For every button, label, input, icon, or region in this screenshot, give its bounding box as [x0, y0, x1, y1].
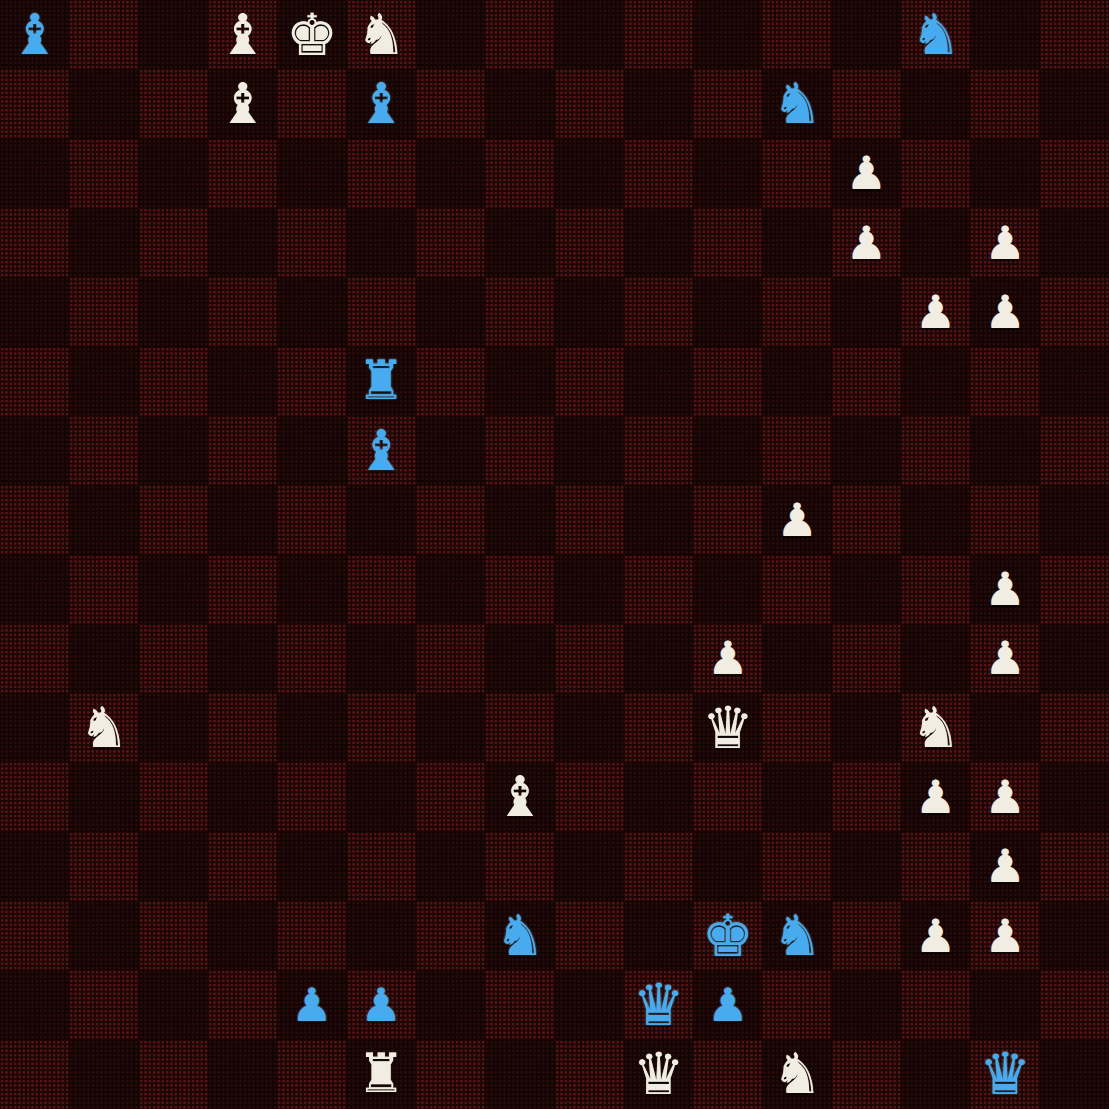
- white-pawn[interactable]: ♟: [984, 913, 1025, 959]
- board-square-p8[interactable]: [1040, 555, 1109, 624]
- blue-king[interactable]: ♚: [702, 907, 754, 965]
- board-square-d16[interactable]: ♝: [208, 0, 277, 69]
- board-square-b1[interactable]: [69, 1040, 138, 1109]
- board-square-k5[interactable]: [693, 762, 762, 831]
- board-square-b3[interactable]: [69, 901, 138, 970]
- board-square-n7[interactable]: [901, 624, 970, 693]
- board-square-p10[interactable]: [1040, 416, 1109, 485]
- board-square-l7[interactable]: [762, 624, 831, 693]
- board-square-j10[interactable]: [624, 416, 693, 485]
- board-square-b16[interactable]: [69, 0, 138, 69]
- board-square-h16[interactable]: [485, 0, 554, 69]
- white-pawn[interactable]: ♟: [984, 843, 1025, 889]
- board-square-m4[interactable]: [832, 832, 901, 901]
- board-square-c11[interactable]: [139, 347, 208, 416]
- board-square-p6[interactable]: [1040, 693, 1109, 762]
- board-square-p7[interactable]: [1040, 624, 1109, 693]
- board-square-m16[interactable]: [832, 0, 901, 69]
- board-square-e12[interactable]: [277, 277, 346, 346]
- board-square-o3[interactable]: ♟: [970, 901, 1039, 970]
- board-square-h11[interactable]: [485, 347, 554, 416]
- white-knight[interactable]: ♞: [772, 1046, 822, 1102]
- board-square-m9[interactable]: [832, 485, 901, 554]
- board-square-p11[interactable]: [1040, 347, 1109, 416]
- blue-queen[interactable]: ♛: [979, 1045, 1031, 1103]
- board-square-e9[interactable]: [277, 485, 346, 554]
- board-square-d5[interactable]: [208, 762, 277, 831]
- board-square-i9[interactable]: [555, 485, 624, 554]
- board-square-c7[interactable]: [139, 624, 208, 693]
- board-square-g11[interactable]: [416, 347, 485, 416]
- board-square-o6[interactable]: [970, 693, 1039, 762]
- white-pawn[interactable]: ♟: [846, 150, 887, 196]
- board-square-c16[interactable]: [139, 0, 208, 69]
- board-square-b11[interactable]: [69, 347, 138, 416]
- board-square-n13[interactable]: [901, 208, 970, 277]
- board-square-a4[interactable]: [0, 832, 69, 901]
- board-square-i7[interactable]: [555, 624, 624, 693]
- board-square-o1[interactable]: ♛: [970, 1040, 1039, 1109]
- board-square-l11[interactable]: [762, 347, 831, 416]
- board-square-i12[interactable]: [555, 277, 624, 346]
- board-square-e14[interactable]: [277, 139, 346, 208]
- board-square-f13[interactable]: [347, 208, 416, 277]
- board-square-e10[interactable]: [277, 416, 346, 485]
- board-square-j12[interactable]: [624, 277, 693, 346]
- board-square-c9[interactable]: [139, 485, 208, 554]
- board-square-j6[interactable]: [624, 693, 693, 762]
- blue-queen[interactable]: ♛: [632, 976, 684, 1034]
- board-square-k12[interactable]: [693, 277, 762, 346]
- board-square-j3[interactable]: [624, 901, 693, 970]
- blue-bishop[interactable]: ♝: [356, 76, 406, 132]
- board-square-e11[interactable]: [277, 347, 346, 416]
- board-square-f14[interactable]: [347, 139, 416, 208]
- board-square-m6[interactable]: [832, 693, 901, 762]
- board-square-m11[interactable]: [832, 347, 901, 416]
- board-square-a14[interactable]: [0, 139, 69, 208]
- board-square-p3[interactable]: [1040, 901, 1109, 970]
- blue-knight[interactable]: ♞: [495, 908, 545, 964]
- board-square-m12[interactable]: [832, 277, 901, 346]
- board-square-i10[interactable]: [555, 416, 624, 485]
- board-square-f12[interactable]: [347, 277, 416, 346]
- board-square-g16[interactable]: [416, 0, 485, 69]
- board-square-f5[interactable]: [347, 762, 416, 831]
- white-pawn[interactable]: ♟: [915, 774, 956, 820]
- board-square-h5[interactable]: ♝: [485, 762, 554, 831]
- board-square-k16[interactable]: [693, 0, 762, 69]
- board-square-g9[interactable]: [416, 485, 485, 554]
- board-square-a10[interactable]: [0, 416, 69, 485]
- board-square-h6[interactable]: [485, 693, 554, 762]
- board-square-b4[interactable]: [69, 832, 138, 901]
- board-square-l5[interactable]: [762, 762, 831, 831]
- board-square-h15[interactable]: [485, 69, 554, 138]
- board-square-i8[interactable]: [555, 555, 624, 624]
- board-square-h2[interactable]: [485, 970, 554, 1039]
- board-square-f15[interactable]: ♝: [347, 69, 416, 138]
- board-square-o2[interactable]: [970, 970, 1039, 1039]
- board-square-f4[interactable]: [347, 832, 416, 901]
- board-square-p9[interactable]: [1040, 485, 1109, 554]
- board-square-h3[interactable]: ♞: [485, 901, 554, 970]
- board-square-g4[interactable]: [416, 832, 485, 901]
- blue-bishop[interactable]: ♝: [10, 7, 60, 63]
- board-square-l10[interactable]: [762, 416, 831, 485]
- blue-bishop[interactable]: ♝: [356, 423, 406, 479]
- board-square-d8[interactable]: [208, 555, 277, 624]
- board-square-l16[interactable]: [762, 0, 831, 69]
- white-pawn[interactable]: ♟: [915, 289, 956, 335]
- board-square-e8[interactable]: [277, 555, 346, 624]
- board-square-n11[interactable]: [901, 347, 970, 416]
- board-square-g8[interactable]: [416, 555, 485, 624]
- board-square-i3[interactable]: [555, 901, 624, 970]
- board-square-l14[interactable]: [762, 139, 831, 208]
- board-square-o16[interactable]: [970, 0, 1039, 69]
- board-square-m15[interactable]: [832, 69, 901, 138]
- board-square-b5[interactable]: [69, 762, 138, 831]
- board-square-d14[interactable]: [208, 139, 277, 208]
- board-square-i16[interactable]: [555, 0, 624, 69]
- board-square-i6[interactable]: [555, 693, 624, 762]
- white-pawn[interactable]: ♟: [984, 566, 1025, 612]
- board-square-i13[interactable]: [555, 208, 624, 277]
- board-square-f16[interactable]: ♞: [347, 0, 416, 69]
- board-square-l8[interactable]: [762, 555, 831, 624]
- board-square-j15[interactable]: [624, 69, 693, 138]
- board-square-o7[interactable]: ♟: [970, 624, 1039, 693]
- white-rook[interactable]: ♜: [357, 1047, 405, 1101]
- chessboard: ♝♝♚♞♞♝♝♞♟♟♟♟♟♜♝♟♟♟♟♞♛♞♝♟♟♟♞♚♞♟♟♟♟♛♟♜♛♞♛: [0, 0, 1109, 1109]
- board-square-l15[interactable]: ♞: [762, 69, 831, 138]
- board-square-d3[interactable]: [208, 901, 277, 970]
- board-square-c3[interactable]: [139, 901, 208, 970]
- blue-pawn[interactable]: ♟: [707, 982, 748, 1028]
- board-square-l6[interactable]: [762, 693, 831, 762]
- board-square-o5[interactable]: ♟: [970, 762, 1039, 831]
- board-square-n4[interactable]: [901, 832, 970, 901]
- board-square-p14[interactable]: [1040, 139, 1109, 208]
- white-pawn[interactable]: ♟: [915, 913, 956, 959]
- board-square-m13[interactable]: ♟: [832, 208, 901, 277]
- board-square-g14[interactable]: [416, 139, 485, 208]
- board-square-j1[interactable]: ♛: [624, 1040, 693, 1109]
- board-square-j7[interactable]: [624, 624, 693, 693]
- board-square-h12[interactable]: [485, 277, 554, 346]
- white-pawn[interactable]: ♟: [984, 774, 1025, 820]
- board-square-e2[interactable]: ♟: [277, 970, 346, 1039]
- board-square-m1[interactable]: [832, 1040, 901, 1109]
- board-square-l3[interactable]: ♞: [762, 901, 831, 970]
- board-square-l1[interactable]: ♞: [762, 1040, 831, 1109]
- board-square-j9[interactable]: [624, 485, 693, 554]
- board-square-c12[interactable]: [139, 277, 208, 346]
- board-square-n8[interactable]: [901, 555, 970, 624]
- white-bishop[interactable]: ♝: [217, 76, 267, 132]
- board-square-m7[interactable]: [832, 624, 901, 693]
- board-square-e16[interactable]: ♚: [277, 0, 346, 69]
- board-square-n5[interactable]: ♟: [901, 762, 970, 831]
- board-square-g12[interactable]: [416, 277, 485, 346]
- board-square-f8[interactable]: [347, 555, 416, 624]
- board-square-c4[interactable]: [139, 832, 208, 901]
- board-square-l4[interactable]: [762, 832, 831, 901]
- board-square-b14[interactable]: [69, 139, 138, 208]
- white-pawn[interactable]: ♟: [776, 497, 817, 543]
- white-bishop[interactable]: ♝: [495, 769, 545, 825]
- board-square-o10[interactable]: [970, 416, 1039, 485]
- board-square-i2[interactable]: [555, 970, 624, 1039]
- board-square-n14[interactable]: [901, 139, 970, 208]
- white-queen[interactable]: ♛: [632, 1045, 684, 1103]
- board-square-c14[interactable]: [139, 139, 208, 208]
- board-square-o11[interactable]: [970, 347, 1039, 416]
- board-square-a7[interactable]: [0, 624, 69, 693]
- board-square-h10[interactable]: [485, 416, 554, 485]
- board-square-m3[interactable]: [832, 901, 901, 970]
- board-square-p4[interactable]: [1040, 832, 1109, 901]
- board-square-h1[interactable]: [485, 1040, 554, 1109]
- white-queen[interactable]: ♛: [702, 699, 754, 757]
- board-square-d11[interactable]: [208, 347, 277, 416]
- board-square-f6[interactable]: [347, 693, 416, 762]
- board-square-n6[interactable]: ♞: [901, 693, 970, 762]
- board-square-p16[interactable]: [1040, 0, 1109, 69]
- board-square-k4[interactable]: [693, 832, 762, 901]
- board-square-e4[interactable]: [277, 832, 346, 901]
- board-square-o8[interactable]: ♟: [970, 555, 1039, 624]
- board-square-p1[interactable]: [1040, 1040, 1109, 1109]
- board-square-l12[interactable]: [762, 277, 831, 346]
- white-king[interactable]: ♚: [286, 6, 338, 64]
- board-square-p5[interactable]: [1040, 762, 1109, 831]
- board-square-k14[interactable]: [693, 139, 762, 208]
- board-square-b10[interactable]: [69, 416, 138, 485]
- board-square-a13[interactable]: [0, 208, 69, 277]
- board-square-j4[interactable]: [624, 832, 693, 901]
- blue-rook[interactable]: ♜: [357, 354, 405, 408]
- white-pawn[interactable]: ♟: [707, 635, 748, 681]
- board-square-d15[interactable]: ♝: [208, 69, 277, 138]
- board-square-j16[interactable]: [624, 0, 693, 69]
- board-square-f7[interactable]: [347, 624, 416, 693]
- board-square-c15[interactable]: [139, 69, 208, 138]
- board-square-c1[interactable]: [139, 1040, 208, 1109]
- board-square-j5[interactable]: [624, 762, 693, 831]
- blue-pawn[interactable]: ♟: [361, 982, 402, 1028]
- board-square-e1[interactable]: [277, 1040, 346, 1109]
- board-square-d6[interactable]: [208, 693, 277, 762]
- board-square-f9[interactable]: [347, 485, 416, 554]
- board-square-d4[interactable]: [208, 832, 277, 901]
- board-square-b8[interactable]: [69, 555, 138, 624]
- board-square-k2[interactable]: ♟: [693, 970, 762, 1039]
- board-square-o4[interactable]: ♟: [970, 832, 1039, 901]
- board-square-m2[interactable]: [832, 970, 901, 1039]
- board-square-j2[interactable]: ♛: [624, 970, 693, 1039]
- board-square-d9[interactable]: [208, 485, 277, 554]
- blue-knight[interactable]: ♞: [772, 908, 822, 964]
- board-square-k1[interactable]: [693, 1040, 762, 1109]
- board-square-g15[interactable]: [416, 69, 485, 138]
- board-square-p12[interactable]: [1040, 277, 1109, 346]
- board-square-g6[interactable]: [416, 693, 485, 762]
- board-square-g7[interactable]: [416, 624, 485, 693]
- board-square-a2[interactable]: [0, 970, 69, 1039]
- board-square-e6[interactable]: [277, 693, 346, 762]
- board-square-n12[interactable]: ♟: [901, 277, 970, 346]
- blue-pawn[interactable]: ♟: [291, 982, 332, 1028]
- board-square-h8[interactable]: [485, 555, 554, 624]
- board-square-a8[interactable]: [0, 555, 69, 624]
- board-square-n3[interactable]: ♟: [901, 901, 970, 970]
- board-square-b7[interactable]: [69, 624, 138, 693]
- white-pawn[interactable]: ♟: [846, 220, 887, 266]
- board-square-k10[interactable]: [693, 416, 762, 485]
- board-square-n1[interactable]: [901, 1040, 970, 1109]
- board-square-b2[interactable]: [69, 970, 138, 1039]
- board-square-i15[interactable]: [555, 69, 624, 138]
- board-square-k7[interactable]: ♟: [693, 624, 762, 693]
- board-square-g5[interactable]: [416, 762, 485, 831]
- board-square-g3[interactable]: [416, 901, 485, 970]
- board-square-h13[interactable]: [485, 208, 554, 277]
- board-square-j14[interactable]: [624, 139, 693, 208]
- board-square-o13[interactable]: ♟: [970, 208, 1039, 277]
- board-square-l2[interactable]: [762, 970, 831, 1039]
- board-square-b6[interactable]: ♞: [69, 693, 138, 762]
- board-square-g2[interactable]: [416, 970, 485, 1039]
- board-square-d2[interactable]: [208, 970, 277, 1039]
- board-square-l13[interactable]: [762, 208, 831, 277]
- board-square-j8[interactable]: [624, 555, 693, 624]
- board-square-e7[interactable]: [277, 624, 346, 693]
- board-square-h14[interactable]: [485, 139, 554, 208]
- board-square-k11[interactable]: [693, 347, 762, 416]
- game-screen: ♝♝♚♞♞♝♝♞♟♟♟♟♟♜♝♟♟♟♟♞♛♞♝♟♟♟♞♚♞♟♟♟♟♛♟♜♛♞♛: [0, 0, 1109, 1109]
- white-pawn[interactable]: ♟: [984, 220, 1025, 266]
- board-square-e3[interactable]: [277, 901, 346, 970]
- board-square-o15[interactable]: [970, 69, 1039, 138]
- board-square-d13[interactable]: [208, 208, 277, 277]
- board-square-d10[interactable]: [208, 416, 277, 485]
- board-square-f11[interactable]: ♜: [347, 347, 416, 416]
- blue-knight[interactable]: ♞: [772, 76, 822, 132]
- board-square-i5[interactable]: [555, 762, 624, 831]
- board-square-c8[interactable]: [139, 555, 208, 624]
- board-square-c10[interactable]: [139, 416, 208, 485]
- board-square-i1[interactable]: [555, 1040, 624, 1109]
- white-knight[interactable]: ♞: [356, 7, 406, 63]
- board-square-j13[interactable]: [624, 208, 693, 277]
- white-knight[interactable]: ♞: [911, 700, 961, 756]
- board-square-c2[interactable]: [139, 970, 208, 1039]
- board-square-d7[interactable]: [208, 624, 277, 693]
- board-square-f3[interactable]: [347, 901, 416, 970]
- board-square-l9[interactable]: ♟: [762, 485, 831, 554]
- board-square-b13[interactable]: [69, 208, 138, 277]
- white-pawn[interactable]: ♟: [984, 289, 1025, 335]
- board-square-a6[interactable]: [0, 693, 69, 762]
- board-square-b12[interactable]: [69, 277, 138, 346]
- board-square-a16[interactable]: ♝: [0, 0, 69, 69]
- board-square-b15[interactable]: [69, 69, 138, 138]
- board-square-o12[interactable]: ♟: [970, 277, 1039, 346]
- board-square-p2[interactable]: [1040, 970, 1109, 1039]
- board-square-a12[interactable]: [0, 277, 69, 346]
- board-square-f2[interactable]: ♟: [347, 970, 416, 1039]
- board-square-i4[interactable]: [555, 832, 624, 901]
- board-square-k6[interactable]: ♛: [693, 693, 762, 762]
- board-square-n15[interactable]: [901, 69, 970, 138]
- board-square-h4[interactable]: [485, 832, 554, 901]
- board-square-k13[interactable]: [693, 208, 762, 277]
- board-square-k3[interactable]: ♚: [693, 901, 762, 970]
- board-square-n2[interactable]: [901, 970, 970, 1039]
- board-square-n16[interactable]: ♞: [901, 0, 970, 69]
- board-square-a3[interactable]: [0, 901, 69, 970]
- board-square-e13[interactable]: [277, 208, 346, 277]
- board-square-n10[interactable]: [901, 416, 970, 485]
- board-square-m14[interactable]: ♟: [832, 139, 901, 208]
- white-knight[interactable]: ♞: [79, 700, 129, 756]
- board-square-g10[interactable]: [416, 416, 485, 485]
- blue-knight[interactable]: ♞: [911, 7, 961, 63]
- board-square-m8[interactable]: [832, 555, 901, 624]
- board-square-i14[interactable]: [555, 139, 624, 208]
- board-square-d12[interactable]: [208, 277, 277, 346]
- board-square-f1[interactable]: ♜: [347, 1040, 416, 1109]
- board-square-a5[interactable]: [0, 762, 69, 831]
- board-square-b9[interactable]: [69, 485, 138, 554]
- board-square-k9[interactable]: [693, 485, 762, 554]
- board-square-a1[interactable]: [0, 1040, 69, 1109]
- board-square-a11[interactable]: [0, 347, 69, 416]
- board-square-p15[interactable]: [1040, 69, 1109, 138]
- board-square-o14[interactable]: [970, 139, 1039, 208]
- board-square-e5[interactable]: [277, 762, 346, 831]
- board-square-m10[interactable]: [832, 416, 901, 485]
- board-square-a9[interactable]: [0, 485, 69, 554]
- board-square-h9[interactable]: [485, 485, 554, 554]
- board-square-n9[interactable]: [901, 485, 970, 554]
- board-square-j11[interactable]: [624, 347, 693, 416]
- board-square-k15[interactable]: [693, 69, 762, 138]
- board-square-m5[interactable]: [832, 762, 901, 831]
- board-square-f10[interactable]: ♝: [347, 416, 416, 485]
- board-square-k8[interactable]: [693, 555, 762, 624]
- white-pawn[interactable]: ♟: [984, 635, 1025, 681]
- board-square-g1[interactable]: [416, 1040, 485, 1109]
- board-square-c5[interactable]: [139, 762, 208, 831]
- board-square-d1[interactable]: [208, 1040, 277, 1109]
- board-square-o9[interactable]: [970, 485, 1039, 554]
- board-square-c13[interactable]: [139, 208, 208, 277]
- white-bishop[interactable]: ♝: [217, 7, 267, 63]
- board-square-g13[interactable]: [416, 208, 485, 277]
- board-square-p13[interactable]: [1040, 208, 1109, 277]
- board-square-c6[interactable]: [139, 693, 208, 762]
- board-square-h7[interactable]: [485, 624, 554, 693]
- board-square-i11[interactable]: [555, 347, 624, 416]
- board-square-e15[interactable]: [277, 69, 346, 138]
- board-square-a15[interactable]: [0, 69, 69, 138]
